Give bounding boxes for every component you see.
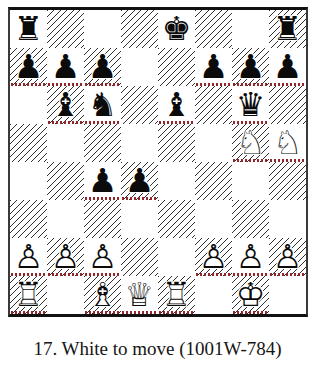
square-e1: ♜♖	[158, 276, 195, 314]
square-b5	[47, 124, 84, 162]
square-b7: ♟	[47, 48, 84, 86]
square-c1: ♝♗	[84, 276, 121, 314]
square-h7: ♟	[269, 48, 306, 86]
square-f4	[195, 162, 232, 200]
piece-white-knight: ♘	[232, 124, 269, 162]
piece-white-queen: ♕	[121, 276, 158, 314]
piece-white-king: ♔	[232, 276, 269, 314]
square-c4: ♟	[84, 162, 121, 200]
piece-black-rook: ♜	[10, 10, 47, 48]
piece-black-pawn: ♟	[269, 48, 306, 86]
piece-white-pawn: ♙	[195, 238, 232, 276]
square-d3	[121, 200, 158, 238]
square-g8	[232, 10, 269, 48]
piece-white-pawn: ♙	[10, 238, 47, 276]
piece-white-bishop: ♗	[84, 276, 121, 314]
square-e6: ♝	[158, 86, 195, 124]
piece-white-pawn: ♙	[232, 238, 269, 276]
square-e8: ♚	[158, 10, 195, 48]
square-g6: ♛	[232, 86, 269, 124]
square-e5	[158, 124, 195, 162]
piece-black-bishop: ♝	[158, 86, 195, 124]
square-d2	[121, 238, 158, 276]
piece-fill-layer: ♟	[269, 238, 306, 276]
piece-fill-layer: ♜	[158, 276, 195, 314]
piece-fill-layer: ♟	[232, 238, 269, 276]
square-e4	[158, 162, 195, 200]
square-a5	[10, 124, 47, 162]
chess-diagram-page: ♜♚♜♟♟♟♟♟♟♝♞♝♛♞♘♞♘♟♟♟♙♟♙♟♙♟♙♟♙♟♙♜♖♝♗♛♕♜♖♚…	[0, 0, 315, 375]
piece-white-pawn: ♙	[269, 238, 306, 276]
square-c2: ♟♙	[84, 238, 121, 276]
square-e2	[158, 238, 195, 276]
square-b4	[47, 162, 84, 200]
square-h3	[269, 200, 306, 238]
square-b6: ♝	[47, 86, 84, 124]
square-h1	[269, 276, 306, 314]
square-f1	[195, 276, 232, 314]
piece-black-pawn: ♟	[232, 48, 269, 86]
piece-fill-layer: ♟	[195, 238, 232, 276]
piece-fill-layer: ♚	[232, 276, 269, 314]
square-e7	[158, 48, 195, 86]
square-h6	[269, 86, 306, 124]
piece-fill-layer: ♟	[84, 238, 121, 276]
square-a6	[10, 86, 47, 124]
square-a3	[10, 200, 47, 238]
square-a4	[10, 162, 47, 200]
square-d8	[121, 10, 158, 48]
square-c8	[84, 10, 121, 48]
square-f7: ♟	[195, 48, 232, 86]
square-g4	[232, 162, 269, 200]
square-f3	[195, 200, 232, 238]
piece-fill-layer: ♝	[84, 276, 121, 314]
piece-fill-layer: ♛	[121, 276, 158, 314]
square-f2: ♟♙	[195, 238, 232, 276]
square-b8	[47, 10, 84, 48]
square-g7: ♟	[232, 48, 269, 86]
piece-white-pawn: ♙	[84, 238, 121, 276]
square-c3	[84, 200, 121, 238]
square-b3	[47, 200, 84, 238]
square-d5	[121, 124, 158, 162]
square-d6	[121, 86, 158, 124]
square-a7: ♟	[10, 48, 47, 86]
piece-white-rook: ♖	[158, 276, 195, 314]
square-e3	[158, 200, 195, 238]
square-g5: ♞♘	[232, 124, 269, 162]
square-c5	[84, 124, 121, 162]
square-g2: ♟♙	[232, 238, 269, 276]
square-a1: ♜♖	[10, 276, 47, 314]
piece-white-knight: ♘	[269, 124, 306, 162]
piece-black-bishop: ♝	[47, 86, 84, 124]
piece-black-pawn: ♟	[47, 48, 84, 86]
piece-black-pawn: ♟	[84, 162, 121, 200]
square-d4: ♟	[121, 162, 158, 200]
piece-black-pawn: ♟	[195, 48, 232, 86]
square-f6	[195, 86, 232, 124]
square-f5	[195, 124, 232, 162]
piece-white-rook: ♖	[10, 276, 47, 314]
piece-black-knight: ♞	[84, 86, 121, 124]
square-h2: ♟♙	[269, 238, 306, 276]
square-g3	[232, 200, 269, 238]
square-d7	[121, 48, 158, 86]
square-b2: ♟♙	[47, 238, 84, 276]
piece-fill-layer: ♞	[232, 124, 269, 162]
piece-black-pawn: ♟	[84, 48, 121, 86]
piece-black-king: ♚	[158, 10, 195, 48]
square-d1: ♛♕	[121, 276, 158, 314]
square-h8: ♜	[269, 10, 306, 48]
piece-fill-layer: ♞	[269, 124, 306, 162]
square-h4	[269, 162, 306, 200]
piece-black-pawn: ♟	[121, 162, 158, 200]
square-c7: ♟	[84, 48, 121, 86]
square-c6: ♞	[84, 86, 121, 124]
caption: 17. White to move (1001W-784)	[0, 338, 315, 360]
piece-black-pawn: ♟	[10, 48, 47, 86]
square-h5: ♞♘	[269, 124, 306, 162]
piece-fill-layer: ♟	[10, 238, 47, 276]
square-a2: ♟♙	[10, 238, 47, 276]
piece-white-pawn: ♙	[47, 238, 84, 276]
piece-fill-layer: ♜	[10, 276, 47, 314]
square-g1: ♚♔	[232, 276, 269, 314]
chess-board: ♜♚♜♟♟♟♟♟♟♝♞♝♛♞♘♞♘♟♟♟♙♟♙♟♙♟♙♟♙♟♙♜♖♝♗♛♕♜♖♚…	[10, 10, 306, 314]
piece-fill-layer: ♟	[47, 238, 84, 276]
piece-black-queen: ♛	[232, 86, 269, 124]
square-b1	[47, 276, 84, 314]
piece-black-rook: ♜	[269, 10, 306, 48]
board-frame: ♜♚♜♟♟♟♟♟♟♝♞♝♛♞♘♞♘♟♟♟♙♟♙♟♙♟♙♟♙♟♙♜♖♝♗♛♕♜♖♚…	[8, 7, 308, 317]
square-a8: ♜	[10, 10, 47, 48]
square-f8	[195, 10, 232, 48]
